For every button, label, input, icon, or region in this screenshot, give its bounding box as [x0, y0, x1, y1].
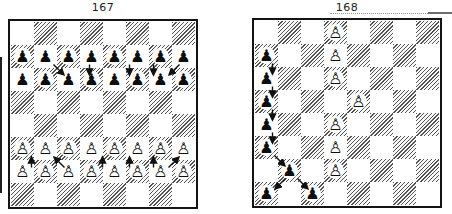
square-b7 — [278, 44, 301, 67]
black-pawn-a6: ♟ — [14, 71, 31, 88]
square-b1 — [34, 183, 57, 206]
square-h4 — [172, 114, 195, 137]
black-pawn-d7: ♟ — [83, 48, 100, 65]
square-d7: ♟ — [80, 45, 103, 68]
square-g8 — [393, 21, 416, 44]
square-a7: ♟ — [255, 44, 278, 67]
white-pawn-d3: ♙ — [327, 139, 344, 156]
square-d1 — [80, 183, 103, 206]
square-b4 — [278, 113, 301, 136]
square-g5 — [393, 90, 416, 113]
square-a4: ♟ — [255, 113, 278, 136]
square-h8 — [416, 21, 439, 44]
square-b6: ♟ — [34, 68, 57, 91]
square-h2: ♙ — [172, 160, 195, 183]
square-e7: ♟ — [103, 45, 126, 68]
black-pawn-g6: ♟ — [152, 71, 169, 88]
square-h6: ♟ — [172, 68, 195, 91]
square-f5 — [370, 90, 393, 113]
black-pawn-c6: ♟ — [60, 71, 77, 88]
square-h1 — [416, 182, 439, 205]
square-b5 — [278, 90, 301, 113]
board-grid-168: ♙♟♙♟♙♟♙♟♙♟♙♟♙♟♟ — [255, 21, 439, 205]
square-b2: ♟ — [278, 159, 301, 182]
square-h2 — [416, 159, 439, 182]
square-g1 — [393, 182, 416, 205]
square-b3: ♙ — [34, 137, 57, 160]
square-f4 — [370, 113, 393, 136]
square-e4 — [103, 114, 126, 137]
white-pawn-e3: ♙ — [106, 140, 123, 157]
square-c3: ♙ — [57, 137, 80, 160]
square-f6: ♟ — [126, 68, 149, 91]
square-f7 — [370, 44, 393, 67]
white-pawn-f2: ♙ — [129, 163, 146, 180]
black-pawn-d6: ♟ — [83, 71, 100, 88]
chess-board-167: ♟♟♟♟♟♟♟♟♟♟♟♟♟♟♟♟♙♙♙♙♙♙♙♙♙♙♙♙♙♙♙♙ — [8, 19, 198, 209]
board-grid-167: ♟♟♟♟♟♟♟♟♟♟♟♟♟♟♟♟♙♙♙♙♙♙♙♙♙♙♙♙♙♙♙♙ — [11, 22, 195, 206]
square-e8 — [347, 21, 370, 44]
black-pawn-c1: ♟ — [304, 185, 321, 202]
square-e7 — [347, 44, 370, 67]
square-b6 — [278, 67, 301, 90]
square-c3 — [301, 136, 324, 159]
square-h7 — [416, 44, 439, 67]
black-pawn-a1: ♟ — [258, 185, 275, 202]
square-e8 — [103, 22, 126, 45]
square-e4 — [347, 113, 370, 136]
square-f1 — [370, 182, 393, 205]
square-a3: ♙ — [11, 137, 34, 160]
square-a6: ♟ — [11, 68, 34, 91]
white-pawn-f3: ♙ — [129, 140, 146, 157]
square-d7: ♙ — [324, 44, 347, 67]
square-h3: ♙ — [172, 137, 195, 160]
square-g7 — [393, 44, 416, 67]
white-pawn-d6: ♙ — [327, 70, 344, 87]
black-pawn-c7: ♟ — [60, 48, 77, 65]
square-f5 — [126, 91, 149, 114]
square-g4 — [149, 114, 172, 137]
square-c4 — [57, 114, 80, 137]
white-pawn-d2: ♙ — [327, 162, 344, 179]
square-e2: ♙ — [103, 160, 126, 183]
black-pawn-b7: ♟ — [37, 48, 54, 65]
square-h1 — [172, 183, 195, 206]
square-c6: ♟ — [57, 68, 80, 91]
square-f8 — [126, 22, 149, 45]
square-c5 — [57, 91, 80, 114]
square-b8 — [34, 22, 57, 45]
black-pawn-a3: ♟ — [258, 139, 275, 156]
square-g6: ♟ — [149, 68, 172, 91]
square-d1 — [324, 182, 347, 205]
black-pawn-a6: ♟ — [258, 70, 275, 87]
scan-line-artifact — [330, 13, 430, 14]
square-f2 — [370, 159, 393, 182]
square-f4 — [126, 114, 149, 137]
square-g8 — [149, 22, 172, 45]
square-e6 — [347, 67, 370, 90]
white-pawn-b2: ♙ — [37, 163, 54, 180]
square-h3 — [416, 136, 439, 159]
square-g2: ♙ — [149, 160, 172, 183]
square-a1: ♟ — [255, 182, 278, 205]
white-pawn-d4: ♙ — [327, 116, 344, 133]
square-c7 — [301, 44, 324, 67]
black-pawn-g7: ♟ — [152, 48, 169, 65]
white-pawn-d3: ♙ — [83, 140, 100, 157]
square-a6: ♟ — [255, 67, 278, 90]
black-pawn-h6: ♟ — [175, 71, 192, 88]
white-pawn-h3: ♙ — [175, 140, 192, 157]
black-pawn-b6: ♟ — [37, 71, 54, 88]
square-a1 — [11, 183, 34, 206]
square-f3 — [370, 136, 393, 159]
square-d8 — [80, 22, 103, 45]
square-d8: ♙ — [324, 21, 347, 44]
square-g3: ♙ — [149, 137, 172, 160]
square-g3 — [393, 136, 416, 159]
square-g7: ♟ — [149, 45, 172, 68]
white-pawn-c3: ♙ — [60, 140, 77, 157]
black-pawn-e7: ♟ — [106, 48, 123, 65]
square-c2: ♙ — [57, 160, 80, 183]
square-f6 — [370, 67, 393, 90]
square-a5: ♟ — [255, 90, 278, 113]
square-c4 — [301, 113, 324, 136]
square-a5 — [11, 91, 34, 114]
white-pawn-g3: ♙ — [152, 140, 169, 157]
square-d5 — [80, 91, 103, 114]
square-d4 — [80, 114, 103, 137]
black-pawn-h7: ♟ — [175, 48, 192, 65]
square-f3: ♙ — [126, 137, 149, 160]
square-c5 — [301, 90, 324, 113]
square-c8 — [301, 21, 324, 44]
square-g4 — [393, 113, 416, 136]
square-h5 — [172, 91, 195, 114]
square-d6: ♙ — [324, 67, 347, 90]
square-e5: ♙ — [347, 90, 370, 113]
black-pawn-a7: ♟ — [258, 47, 275, 64]
square-c2 — [301, 159, 324, 182]
square-e3: ♙ — [103, 137, 126, 160]
white-pawn-c2: ♙ — [60, 163, 77, 180]
square-b4 — [34, 114, 57, 137]
white-pawn-b3: ♙ — [37, 140, 54, 157]
square-g6 — [393, 67, 416, 90]
square-a7: ♟ — [11, 45, 34, 68]
square-d3: ♙ — [80, 137, 103, 160]
square-a8 — [11, 22, 34, 45]
square-c6 — [301, 67, 324, 90]
white-pawn-d7: ♙ — [327, 47, 344, 64]
square-a2 — [255, 159, 278, 182]
white-pawn-d2: ♙ — [83, 163, 100, 180]
square-c8 — [57, 22, 80, 45]
black-pawn-f7: ♟ — [129, 48, 146, 65]
square-b1 — [278, 182, 301, 205]
white-pawn-g2: ♙ — [152, 163, 169, 180]
black-pawn-a7: ♟ — [14, 48, 31, 65]
square-e1 — [103, 183, 126, 206]
square-e1 — [347, 182, 370, 205]
book-page: 167 168 ♟♟♟♟♟♟♟♟♟♟♟♟♟♟♟♟♙♙♙♙♙♙♙♙♙♙♙♙♙♙♙♙… — [0, 0, 452, 214]
square-f1 — [126, 183, 149, 206]
square-f8 — [370, 21, 393, 44]
square-e5 — [103, 91, 126, 114]
square-d2: ♙ — [80, 160, 103, 183]
square-h5 — [416, 90, 439, 113]
square-e6: ♟ — [103, 68, 126, 91]
scan-line-artifact-tail — [428, 12, 452, 14]
square-f7: ♟ — [126, 45, 149, 68]
square-e2 — [347, 159, 370, 182]
square-d6: ♟ — [80, 68, 103, 91]
square-c1: ♟ — [301, 182, 324, 205]
chess-board-168: ♙♟♙♟♙♟♙♟♙♟♙♟♙♟♟ — [252, 18, 442, 208]
square-b7: ♟ — [34, 45, 57, 68]
square-b8 — [278, 21, 301, 44]
black-pawn-e6: ♟ — [106, 71, 123, 88]
square-g1 — [149, 183, 172, 206]
square-b2: ♙ — [34, 160, 57, 183]
square-a3: ♟ — [255, 136, 278, 159]
square-f2: ♙ — [126, 160, 149, 183]
white-pawn-a3: ♙ — [14, 140, 31, 157]
square-b5 — [34, 91, 57, 114]
white-pawn-d8: ♙ — [327, 24, 344, 41]
square-b3 — [278, 136, 301, 159]
square-e3 — [347, 136, 370, 159]
square-d3: ♙ — [324, 136, 347, 159]
black-pawn-b2: ♟ — [281, 162, 298, 179]
square-c1 — [57, 183, 80, 206]
white-pawn-a2: ♙ — [14, 163, 31, 180]
square-a4 — [11, 114, 34, 137]
page-edge-scan-artifact — [0, 57, 2, 193]
square-g5 — [149, 91, 172, 114]
square-g2 — [393, 159, 416, 182]
black-pawn-f6: ♟ — [129, 71, 146, 88]
white-pawn-e2: ♙ — [106, 163, 123, 180]
black-pawn-a4: ♟ — [258, 116, 275, 133]
square-h4 — [416, 113, 439, 136]
white-pawn-e5: ♙ — [350, 93, 367, 110]
square-a8 — [255, 21, 278, 44]
square-d4: ♙ — [324, 113, 347, 136]
square-d5 — [324, 90, 347, 113]
white-pawn-h2: ♙ — [175, 163, 192, 180]
diagram-number-167: 167 — [8, 1, 198, 14]
square-h7: ♟ — [172, 45, 195, 68]
square-a2: ♙ — [11, 160, 34, 183]
square-c7: ♟ — [57, 45, 80, 68]
square-d2: ♙ — [324, 159, 347, 182]
square-h8 — [172, 22, 195, 45]
square-h6 — [416, 67, 439, 90]
black-pawn-a5: ♟ — [258, 93, 275, 110]
